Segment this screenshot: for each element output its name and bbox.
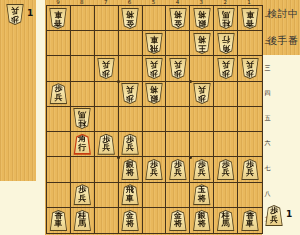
piece-歩兵-sente[interactable]: 歩兵 [193,159,211,180]
piece-face: 歩兵 [170,160,186,179]
square-76[interactable]: 歩兵 [95,132,119,157]
sente-hand-pawn-slot[interactable]: 歩兵 [265,205,283,226]
piece-face: 香車 [242,9,258,28]
piece-face: 角行 [218,34,234,53]
square-89[interactable]: 桂馬 [71,208,95,233]
square-28[interactable] [214,183,238,208]
square-27[interactable]: 歩兵 [214,157,238,182]
square-98[interactable] [47,183,71,208]
piece-金将-sente[interactable]: 金将 [169,210,187,231]
piece-face: 金将 [170,9,186,28]
piece-桂馬-sente[interactable]: 桂馬 [217,210,235,231]
square-48[interactable] [166,183,190,208]
square-36[interactable] [190,132,214,157]
square-42[interactable] [166,31,190,56]
rank-label-8: 八 [263,182,272,207]
square-68[interactable]: 飛車 [119,183,143,208]
piece-face: 歩兵 [242,59,258,78]
square-46[interactable] [166,132,190,157]
square-77[interactable] [95,157,119,182]
piece-face: 歩兵 [194,84,210,103]
square-29[interactable]: 桂馬 [214,208,238,233]
square-25[interactable] [214,107,238,132]
piece-face: 飛車 [122,185,138,204]
piece-桂馬-gote[interactable]: 桂馬 [73,108,91,129]
piece-face: 飛車 [146,34,162,53]
piece-face: 銀将 [194,211,210,230]
square-22[interactable]: 角行 [214,31,238,56]
piece-face: 王将 [194,34,210,53]
square-59[interactable] [143,208,167,233]
square-97[interactable] [47,157,71,182]
piece-飛車-sente[interactable]: 飛車 [121,184,139,205]
status-analyzing: 検討中 [267,7,299,21]
piece-歩兵-gote[interactable]: 歩兵 [241,58,259,79]
piece-歩兵-sente[interactable]: 歩兵 [97,134,115,155]
piece-face: 銀将 [194,9,210,28]
square-94[interactable]: 歩兵 [47,82,71,107]
piece-銀将-gote[interactable]: 銀将 [193,8,211,29]
piece-銀将-gote[interactable]: 銀将 [145,83,163,104]
piece-face: 金将 [170,211,186,230]
square-47[interactable]: 歩兵 [166,157,190,182]
square-52[interactable]: 飛車 [143,31,167,56]
square-15[interactable] [238,107,262,132]
shogi-app: 歩兵 1 987654321 香車金将金将銀将桂馬香車飛車王将角行歩兵歩兵歩兵歩… [0,0,300,235]
square-85[interactable]: 桂馬 [71,107,95,132]
square-45[interactable] [166,107,190,132]
square-13[interactable]: 歩兵 [238,56,262,81]
square-56[interactable] [143,132,167,157]
square-74[interactable] [95,82,119,107]
piece-face: 金将 [122,211,138,230]
square-54[interactable]: 銀将 [143,82,167,107]
square-11[interactable]: 香車 [238,6,262,31]
piece-飛車-gote[interactable]: 飛車 [145,33,163,54]
piece-歩兵-gote[interactable]: 歩兵 [193,83,211,104]
piece-香車-gote[interactable]: 香車 [241,8,259,29]
piece-歩兵-sente[interactable]: 歩兵 [121,134,139,155]
piece-face: 歩兵 [170,59,186,78]
rank-label-5: 五 [263,106,272,131]
square-69[interactable]: 金将 [119,208,143,233]
piece-face: 歩兵 [194,160,210,179]
square-58[interactable] [143,183,167,208]
piece-face: 歩兵 [242,160,258,179]
gote-piece-stand[interactable]: 歩兵 1 [0,0,36,181]
piece-face: 歩兵 [146,59,162,78]
piece-歩兵-sente[interactable]: 歩兵 [73,184,91,205]
square-81[interactable] [71,6,95,31]
square-37[interactable]: 歩兵 [190,157,214,182]
sente-hand-pawn-count: 1 [286,209,292,219]
piece-face: 歩兵 [98,135,114,154]
piece-桂馬-sente[interactable]: 桂馬 [73,210,91,231]
piece-face: 歩兵 [98,59,114,78]
square-72[interactable] [95,31,119,56]
square-53[interactable]: 歩兵 [143,56,167,81]
piece-face: 歩兵 [7,5,23,24]
piece-face: 銀将 [122,160,138,179]
board-grid: 香車金将金将銀将桂馬香車飛車王将角行歩兵歩兵歩兵歩兵歩兵歩兵歩兵銀将歩兵桂馬角行… [46,5,263,234]
gote-hand-pawn-slot[interactable]: 歩兵 [6,4,24,25]
square-66[interactable]: 歩兵 [119,132,143,157]
square-41[interactable]: 金将 [166,6,190,31]
square-31[interactable]: 銀将 [190,6,214,31]
piece-face: 歩兵 [146,160,162,179]
piece-歩兵-gote[interactable]: 歩兵 [97,58,115,79]
square-82[interactable] [71,31,95,56]
square-43[interactable]: 歩兵 [166,56,190,81]
square-61[interactable]: 金将 [119,6,143,31]
square-64[interactable]: 歩兵 [119,82,143,107]
square-75[interactable] [95,107,119,132]
square-57[interactable]: 歩兵 [143,157,167,182]
piece-歩兵-gote[interactable]: 歩兵 [169,58,187,79]
square-18[interactable] [238,183,262,208]
square-55[interactable] [143,107,167,132]
piece-face: 桂馬 [218,9,234,28]
piece-歩兵-sente[interactable]: 歩兵 [49,83,67,104]
piece-face: 香車 [50,9,66,28]
square-39[interactable]: 銀将 [190,208,214,233]
rank-label-7: 七 [263,156,272,181]
square-33[interactable] [190,56,214,81]
piece-角行-sente[interactable]: 角行 [73,134,91,155]
piece-face: 桂馬 [74,109,90,128]
piece-金将-sente[interactable]: 金将 [121,210,139,231]
square-32[interactable]: 王将 [190,31,214,56]
rank-label-6: 六 [263,131,272,156]
square-12[interactable] [238,31,262,56]
square-16[interactable] [238,132,262,157]
piece-face: 金将 [122,9,138,28]
square-67[interactable]: 銀将 [119,157,143,182]
piece-歩兵-sente[interactable]: 歩兵 [265,205,283,226]
piece-金将-gote[interactable]: 金将 [121,8,139,29]
piece-銀将-sente[interactable]: 銀将 [193,210,211,231]
piece-桂馬-gote[interactable]: 桂馬 [217,8,235,29]
rank-label-3: 三 [263,55,272,80]
square-65[interactable] [119,107,143,132]
piece-face: 銀将 [146,84,162,103]
square-78[interactable] [95,183,119,208]
piece-王将-gote[interactable]: 王将 [193,33,211,54]
square-73[interactable]: 歩兵 [95,56,119,81]
piece-face: 香車 [242,211,258,230]
piece-歩兵-sente[interactable]: 歩兵 [145,159,163,180]
piece-face: 玉将 [194,185,210,204]
piece-face: 桂馬 [74,211,90,230]
square-95[interactable] [47,107,71,132]
square-79[interactable] [95,208,119,233]
piece-香車-sente[interactable]: 香車 [49,210,67,231]
piece-歩兵-sente[interactable]: 歩兵 [241,159,259,180]
square-83[interactable] [71,56,95,81]
square-87[interactable] [71,157,95,182]
piece-角行-gote[interactable]: 角行 [217,33,235,54]
square-92[interactable] [47,31,71,56]
piece-歩兵-gote[interactable]: 歩兵 [145,58,163,79]
piece-face: 角行 [75,135,90,153]
square-96[interactable] [47,132,71,157]
piece-face: 歩兵 [122,84,138,103]
square-21[interactable]: 桂馬 [214,6,238,31]
piece-歩兵-sente[interactable]: 歩兵 [169,159,187,180]
square-34[interactable]: 歩兵 [190,82,214,107]
piece-玉将-sente[interactable]: 玉将 [193,184,211,205]
square-44[interactable] [166,82,190,107]
square-23[interactable]: 歩兵 [214,56,238,81]
piece-銀将-sente[interactable]: 銀将 [121,159,139,180]
piece-face: 香車 [50,211,66,230]
square-19[interactable]: 香車 [238,208,262,233]
square-24[interactable] [214,82,238,107]
square-93[interactable] [47,56,71,81]
piece-face: 歩兵 [50,84,66,103]
piece-face: 歩兵 [266,206,282,225]
square-99[interactable]: 香車 [47,208,71,233]
square-17[interactable]: 歩兵 [238,157,262,182]
piece-歩兵-sente[interactable]: 歩兵 [217,159,235,180]
square-63[interactable] [119,56,143,81]
rank-label-4: 四 [263,81,272,106]
piece-歩兵-gote[interactable]: 歩兵 [6,4,24,25]
square-14[interactable] [238,82,262,107]
piece-歩兵-gote[interactable]: 歩兵 [217,58,235,79]
piece-face: 歩兵 [218,59,234,78]
piece-歩兵-gote[interactable]: 歩兵 [121,83,139,104]
square-35[interactable] [190,107,214,132]
piece-face: 歩兵 [74,185,90,204]
gote-hand-pawn-count: 1 [27,8,33,18]
square-26[interactable] [214,132,238,157]
piece-face: 歩兵 [218,160,234,179]
piece-金将-gote[interactable]: 金将 [169,8,187,29]
square-91[interactable]: 香車 [47,6,71,31]
square-86[interactable]: 角行 [71,132,95,157]
square-71[interactable] [95,6,119,31]
piece-香車-gote[interactable]: 香車 [49,8,67,29]
piece-face: 桂馬 [218,211,234,230]
piece-face: 歩兵 [122,135,138,154]
square-49[interactable]: 金将 [166,208,190,233]
square-38[interactable]: 玉将 [190,183,214,208]
square-88[interactable]: 歩兵 [71,183,95,208]
square-62[interactable] [119,31,143,56]
square-84[interactable] [71,82,95,107]
piece-香車-sente[interactable]: 香車 [241,210,259,231]
turn-indicator: 後手番 [267,34,299,48]
shogi-board: 987654321 香車金将金将銀将桂馬香車飛車王将角行歩兵歩兵歩兵歩兵歩兵歩兵… [45,0,262,235]
square-51[interactable] [143,6,167,31]
